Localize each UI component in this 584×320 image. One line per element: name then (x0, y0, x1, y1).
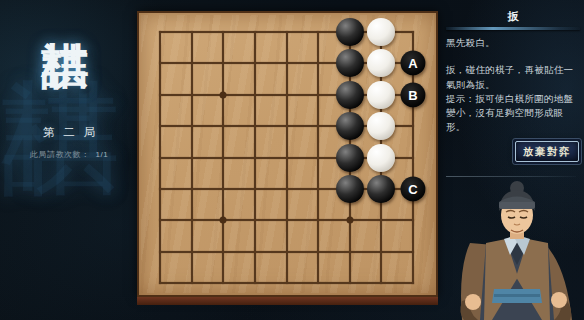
black-stone (336, 175, 364, 203)
title-divider (446, 27, 580, 30)
goban-grid[interactable]: ABC (160, 32, 413, 283)
black-stone (336, 81, 364, 109)
white-stone (367, 144, 395, 172)
grid-line-h (159, 282, 414, 284)
term-title: 扳 (444, 9, 584, 24)
npc-portrait (448, 181, 584, 320)
move-option-c[interactable]: C (401, 176, 426, 201)
star-point (220, 91, 227, 98)
white-stone (367, 49, 395, 77)
move-option-b[interactable]: B (401, 82, 426, 107)
give-up-button[interactable]: 放棄對弈 (515, 141, 579, 162)
objective-text: 黑先殺白。 (446, 36, 578, 50)
star-point (220, 217, 227, 224)
grid-line-h (159, 251, 414, 253)
black-stone (336, 18, 364, 46)
grid-line-v (286, 31, 288, 284)
attempts-label: 此局請教次數： (30, 150, 90, 159)
black-stone (367, 175, 395, 203)
move-option-a[interactable]: A (401, 51, 426, 76)
hint-text: 提示：扳可使白棋所圍的地盤變小，沒有足夠空間形成眼形。 (446, 92, 578, 135)
white-stone (367, 18, 395, 46)
go-board[interactable]: ABC (137, 11, 438, 297)
attempts-counter: 此局請教次數：1/1 (30, 149, 135, 160)
board-side-rim (137, 297, 438, 305)
game-screen: 詰棋 詰棋 第二局 此局請教次數：1/1 ABC 扳 黑先殺白。 扳，碰住的棋子… (0, 0, 584, 320)
star-point (346, 217, 353, 224)
white-stone (367, 112, 395, 140)
left-sidebar: 詰棋 詰棋 第二局 此局請教次數：1/1 (0, 0, 137, 320)
grid-line-v (317, 31, 319, 284)
white-stone (367, 81, 395, 109)
grid-line-h (159, 219, 414, 221)
attempts-value: 1/1 (96, 150, 109, 159)
round-label: 第二局 (14, 125, 124, 140)
black-stone (336, 144, 364, 172)
bottom-divider (446, 176, 576, 177)
definition-text: 扳，碰住的棋子，再被貼住一氣則為扳。 (446, 63, 578, 92)
black-stone (336, 49, 364, 77)
black-stone (336, 112, 364, 140)
